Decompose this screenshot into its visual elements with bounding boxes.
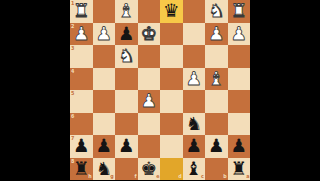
piece-black-rook: ♜: [73, 159, 90, 178]
piece-black-knight: ♞: [185, 114, 202, 133]
rank-label-8: 8: [71, 159, 74, 164]
square-c3[interactable]: [183, 45, 206, 68]
square-c8[interactable]: ♝c: [183, 158, 206, 181]
piece-white-bishop: ♝: [208, 69, 225, 88]
file-label-c: c: [201, 174, 204, 179]
square-h7[interactable]: ♟7: [70, 135, 93, 158]
rank-label-6: 6: [71, 114, 74, 119]
square-h6[interactable]: 6: [70, 113, 93, 136]
square-c4[interactable]: ♟: [183, 68, 206, 91]
file-label-f: f: [134, 174, 136, 179]
piece-white-pawn: ♟: [208, 24, 225, 43]
square-d5[interactable]: [160, 90, 183, 113]
piece-black-king: ♚: [140, 159, 157, 178]
piece-black-pawn: ♟: [95, 137, 112, 156]
piece-black-pawn: ♟: [118, 24, 135, 43]
square-g8[interactable]: ♞g: [93, 158, 116, 181]
square-c2[interactable]: [183, 23, 206, 46]
letterbox-background: ♜1♝♛♞♜♟2♟♟♚♟♟3♞4♟♝5♟6♞♟7♟♟♟♟♟♜8h♞gf♚ed♝c…: [0, 0, 320, 180]
square-a7[interactable]: ♟: [228, 135, 251, 158]
square-a1[interactable]: ♜: [228, 0, 251, 23]
square-a3[interactable]: [228, 45, 251, 68]
square-h4[interactable]: 4: [70, 68, 93, 91]
file-label-d: d: [178, 174, 181, 179]
file-label-e: e: [156, 174, 159, 179]
square-f3[interactable]: ♞: [115, 45, 138, 68]
square-f6[interactable]: [115, 113, 138, 136]
piece-white-pawn: ♟: [140, 92, 157, 111]
piece-black-pawn: ♟: [118, 137, 135, 156]
square-d1[interactable]: ♛: [160, 0, 183, 23]
square-c6[interactable]: ♞: [183, 113, 206, 136]
file-label-h: h: [88, 174, 91, 179]
piece-black-knight: ♞: [95, 159, 112, 178]
file-label-g: g: [111, 174, 114, 179]
piece-black-pawn: ♟: [185, 137, 202, 156]
square-g6[interactable]: [93, 113, 116, 136]
chess-board: ♜1♝♛♞♜♟2♟♟♚♟♟3♞4♟♝5♟6♞♟7♟♟♟♟♟♜8h♞gf♚ed♝c…: [70, 0, 250, 180]
square-b1[interactable]: ♞: [205, 0, 228, 23]
square-b4[interactable]: ♝: [205, 68, 228, 91]
square-h2[interactable]: ♟2: [70, 23, 93, 46]
square-f8[interactable]: f: [115, 158, 138, 181]
square-c5[interactable]: [183, 90, 206, 113]
rank-label-7: 7: [71, 136, 74, 141]
piece-white-knight: ♞: [208, 2, 225, 21]
square-b5[interactable]: [205, 90, 228, 113]
square-h5[interactable]: 5: [70, 90, 93, 113]
square-h8[interactable]: ♜8h: [70, 158, 93, 181]
square-e7[interactable]: [138, 135, 161, 158]
square-a6[interactable]: [228, 113, 251, 136]
square-f5[interactable]: [115, 90, 138, 113]
square-g3[interactable]: [93, 45, 116, 68]
piece-white-knight: ♞: [118, 47, 135, 66]
square-b3[interactable]: [205, 45, 228, 68]
rank-label-5: 5: [71, 91, 74, 96]
square-f4[interactable]: [115, 68, 138, 91]
rank-label-3: 3: [71, 46, 74, 51]
piece-white-rook: ♜: [73, 2, 90, 21]
square-d3[interactable]: [160, 45, 183, 68]
square-a5[interactable]: [228, 90, 251, 113]
square-d8[interactable]: d: [160, 158, 183, 181]
file-label-a: a: [246, 174, 249, 179]
square-h1[interactable]: ♜1: [70, 0, 93, 23]
square-b7[interactable]: ♟: [205, 135, 228, 158]
piece-black-bishop: ♝: [185, 159, 202, 178]
square-c7[interactable]: ♟: [183, 135, 206, 158]
rank-label-2: 2: [71, 24, 74, 29]
square-e4[interactable]: [138, 68, 161, 91]
rank-label-4: 4: [71, 69, 74, 74]
square-d4[interactable]: [160, 68, 183, 91]
square-e2[interactable]: ♚: [138, 23, 161, 46]
file-label-b: b: [223, 174, 226, 179]
piece-white-pawn: ♟: [185, 69, 202, 88]
square-c1[interactable]: [183, 0, 206, 23]
piece-white-pawn: ♟: [230, 24, 247, 43]
square-b2[interactable]: ♟: [205, 23, 228, 46]
square-g5[interactable]: [93, 90, 116, 113]
piece-white-pawn: ♟: [73, 24, 90, 43]
rank-label-1: 1: [71, 1, 74, 6]
square-a8[interactable]: ♜a: [228, 158, 251, 181]
square-f1[interactable]: ♝: [115, 0, 138, 23]
square-e3[interactable]: [138, 45, 161, 68]
square-b8[interactable]: b: [205, 158, 228, 181]
piece-white-bishop: ♝: [118, 2, 135, 21]
square-f2[interactable]: ♟: [115, 23, 138, 46]
piece-black-pawn: ♟: [208, 137, 225, 156]
square-d2[interactable]: [160, 23, 183, 46]
square-e6[interactable]: [138, 113, 161, 136]
piece-white-rook: ♜: [230, 2, 247, 21]
square-g4[interactable]: [93, 68, 116, 91]
square-d6[interactable]: [160, 113, 183, 136]
piece-black-pawn: ♟: [73, 137, 90, 156]
piece-white-king: ♚: [140, 24, 157, 43]
square-e8[interactable]: ♚e: [138, 158, 161, 181]
square-d7[interactable]: [160, 135, 183, 158]
square-g1[interactable]: [93, 0, 116, 23]
square-e5[interactable]: ♟: [138, 90, 161, 113]
square-g2[interactable]: ♟: [93, 23, 116, 46]
square-h3[interactable]: 3: [70, 45, 93, 68]
square-f7[interactable]: ♟: [115, 135, 138, 158]
square-g7[interactable]: ♟: [93, 135, 116, 158]
piece-black-rook: ♜: [230, 159, 247, 178]
square-b6[interactable]: [205, 113, 228, 136]
square-a4[interactable]: [228, 68, 251, 91]
piece-black-pawn: ♟: [230, 137, 247, 156]
piece-white-pawn: ♟: [95, 24, 112, 43]
square-a2[interactable]: ♟: [228, 23, 251, 46]
square-e1[interactable]: [138, 0, 161, 23]
piece-black-queen: ♛: [163, 2, 180, 21]
